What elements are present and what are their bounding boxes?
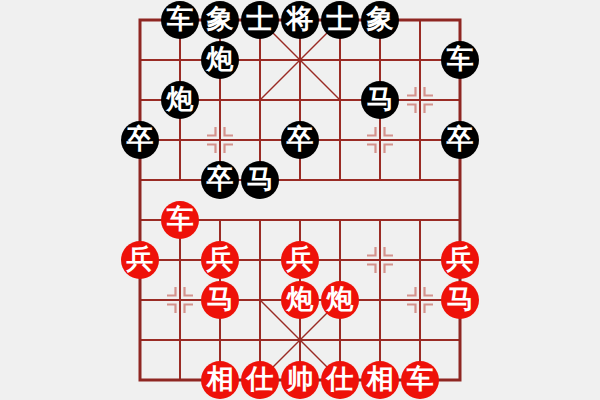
piece-black-chariot[interactable]: 车 <box>161 1 199 39</box>
piece-black-soldier[interactable]: 卒 <box>121 121 159 159</box>
piece-glyph: 车 <box>167 206 194 233</box>
piece-glyph: 车 <box>167 6 194 33</box>
piece-glyph: 兵 <box>127 246 154 273</box>
piece-glyph: 车 <box>407 366 434 393</box>
piece-glyph: 马 <box>447 286 474 313</box>
piece-red-elephant[interactable]: 相 <box>361 361 399 399</box>
piece-black-cannon[interactable]: 炮 <box>201 41 239 79</box>
piece-glyph: 帅 <box>287 366 314 393</box>
piece-black-horse[interactable]: 马 <box>361 81 399 119</box>
piece-glyph: 炮 <box>207 46 234 73</box>
piece-red-soldier[interactable]: 兵 <box>121 241 159 279</box>
piece-black-advisor[interactable]: 士 <box>321 1 359 39</box>
piece-red-elephant[interactable]: 相 <box>201 361 239 399</box>
piece-red-general[interactable]: 帅 <box>281 361 319 399</box>
piece-glyph: 兵 <box>287 246 314 273</box>
piece-black-advisor[interactable]: 士 <box>241 1 279 39</box>
piece-red-cannon[interactable]: 炮 <box>281 281 319 319</box>
piece-black-soldier[interactable]: 卒 <box>441 121 479 159</box>
piece-glyph: 马 <box>247 166 274 193</box>
piece-glyph: 仕 <box>247 366 274 393</box>
piece-glyph: 象 <box>367 6 394 33</box>
piece-black-general[interactable]: 将 <box>281 1 319 39</box>
piece-glyph: 卒 <box>447 126 474 153</box>
piece-red-chariot[interactable]: 车 <box>401 361 439 399</box>
piece-glyph: 车 <box>447 46 474 73</box>
piece-glyph: 象 <box>207 6 234 33</box>
board-area: 车象士将士象炮车炮马卒卒卒卒马车兵兵兵兵马炮炮马相仕帅仕相车 <box>0 0 600 400</box>
piece-glyph: 卒 <box>287 126 314 153</box>
piece-glyph: 士 <box>327 6 354 33</box>
piece-red-advisor[interactable]: 仕 <box>321 361 359 399</box>
piece-black-cannon[interactable]: 炮 <box>161 81 199 119</box>
piece-red-soldier[interactable]: 兵 <box>281 241 319 279</box>
piece-black-chariot[interactable]: 车 <box>441 41 479 79</box>
piece-red-cannon[interactable]: 炮 <box>321 281 359 319</box>
piece-glyph: 士 <box>247 6 274 33</box>
piece-red-horse[interactable]: 马 <box>441 281 479 319</box>
piece-red-soldier[interactable]: 兵 <box>441 241 479 279</box>
piece-glyph: 相 <box>207 366 234 393</box>
piece-red-soldier[interactable]: 兵 <box>201 241 239 279</box>
piece-glyph: 仕 <box>327 366 354 393</box>
piece-glyph: 马 <box>367 86 394 113</box>
piece-black-elephant[interactable]: 象 <box>361 1 399 39</box>
piece-black-horse[interactable]: 马 <box>241 161 279 199</box>
piece-black-elephant[interactable]: 象 <box>201 1 239 39</box>
piece-glyph: 卒 <box>127 126 154 153</box>
piece-glyph: 卒 <box>207 166 234 193</box>
piece-glyph: 炮 <box>167 86 194 113</box>
piece-glyph: 炮 <box>287 286 314 313</box>
piece-red-advisor[interactable]: 仕 <box>241 361 279 399</box>
piece-glyph: 相 <box>367 366 394 393</box>
piece-black-soldier[interactable]: 卒 <box>281 121 319 159</box>
piece-glyph: 兵 <box>207 246 234 273</box>
piece-glyph: 兵 <box>447 246 474 273</box>
piece-glyph: 炮 <box>327 286 354 313</box>
xiangqi-board[interactable]: 车象士将士象炮车炮马卒卒卒卒马车兵兵兵兵马炮炮马相仕帅仕相车 <box>0 0 600 400</box>
piece-red-horse[interactable]: 马 <box>201 281 239 319</box>
board-grid <box>0 0 600 400</box>
piece-black-soldier[interactable]: 卒 <box>201 161 239 199</box>
piece-glyph: 将 <box>287 6 314 33</box>
piece-glyph: 马 <box>207 286 234 313</box>
piece-red-chariot[interactable]: 车 <box>161 201 199 239</box>
